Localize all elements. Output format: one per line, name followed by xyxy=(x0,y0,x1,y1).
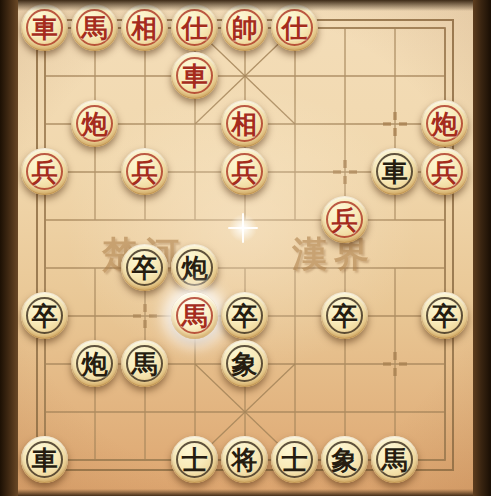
piece-character: 卒 xyxy=(32,303,58,329)
red-cannon-piece[interactable]: 炮 xyxy=(421,100,468,147)
piece-character: 兵 xyxy=(232,159,258,185)
piece-character: 兵 xyxy=(132,159,158,185)
piece-character: 馬 xyxy=(182,303,208,329)
red-horse-piece[interactable]: 馬 xyxy=(71,4,118,51)
black-horse-piece[interactable]: 馬 xyxy=(371,436,418,483)
black-elephant-piece[interactable]: 象 xyxy=(321,436,368,483)
piece-character: 車 xyxy=(182,63,208,89)
board-grid xyxy=(0,0,491,496)
piece-character: 象 xyxy=(332,447,358,473)
red-soldier-piece[interactable]: 兵 xyxy=(121,148,168,195)
piece-character: 兵 xyxy=(32,159,58,185)
xiangqi-board: 楚河 漢界 車馬相仕帥仕車炮相炮兵兵兵車兵兵卒炮卒馬卒卒卒炮馬象車士将士象馬 xyxy=(0,0,491,496)
red-elephant-piece[interactable]: 相 xyxy=(121,4,168,51)
black-advisor-piece[interactable]: 士 xyxy=(271,436,318,483)
red-advisor-piece[interactable]: 仕 xyxy=(171,4,218,51)
red-chariot-piece[interactable]: 車 xyxy=(21,4,68,51)
red-chariot-piece[interactable]: 車 xyxy=(171,52,218,99)
piece-character: 馬 xyxy=(132,351,158,377)
red-cannon-piece[interactable]: 炮 xyxy=(71,100,118,147)
black-cannon-piece[interactable]: 炮 xyxy=(171,244,218,291)
red-general-piece[interactable]: 帥 xyxy=(221,4,268,51)
piece-character: 士 xyxy=(282,447,308,473)
piece-character: 象 xyxy=(232,351,258,377)
red-soldier-piece[interactable]: 兵 xyxy=(221,148,268,195)
black-cannon-piece[interactable]: 炮 xyxy=(71,340,118,387)
piece-character: 相 xyxy=(132,15,158,41)
piece-character: 相 xyxy=(232,111,258,137)
piece-character: 馬 xyxy=(382,447,408,473)
black-soldier-piece[interactable]: 卒 xyxy=(321,292,368,339)
red-soldier-piece[interactable]: 兵 xyxy=(321,196,368,243)
black-general-piece[interactable]: 将 xyxy=(221,436,268,483)
grid-lines xyxy=(45,28,445,460)
piece-character: 仕 xyxy=(282,15,308,41)
black-chariot-piece[interactable]: 車 xyxy=(21,436,68,483)
piece-character: 炮 xyxy=(82,111,108,137)
black-advisor-piece[interactable]: 士 xyxy=(171,436,218,483)
black-soldier-piece[interactable]: 卒 xyxy=(421,292,468,339)
black-chariot-piece[interactable]: 車 xyxy=(371,148,418,195)
piece-character: 士 xyxy=(182,447,208,473)
piece-character: 車 xyxy=(32,15,58,41)
piece-character: 炮 xyxy=(432,111,458,137)
black-soldier-piece[interactable]: 卒 xyxy=(21,292,68,339)
point-markers xyxy=(133,112,407,376)
piece-character: 炮 xyxy=(182,255,208,281)
piece-character: 車 xyxy=(32,447,58,473)
piece-character: 車 xyxy=(382,159,408,185)
red-elephant-piece[interactable]: 相 xyxy=(221,100,268,147)
piece-character: 将 xyxy=(232,447,258,473)
piece-character: 馬 xyxy=(82,15,108,41)
piece-character: 卒 xyxy=(332,303,358,329)
piece-character: 卒 xyxy=(132,255,158,281)
red-soldier-piece[interactable]: 兵 xyxy=(21,148,68,195)
red-horse-piece[interactable]: 馬 xyxy=(171,292,218,339)
red-soldier-piece[interactable]: 兵 xyxy=(421,148,468,195)
piece-character: 炮 xyxy=(82,351,108,377)
red-advisor-piece[interactable]: 仕 xyxy=(271,4,318,51)
piece-character: 兵 xyxy=(332,207,358,233)
piece-character: 卒 xyxy=(232,303,258,329)
black-soldier-piece[interactable]: 卒 xyxy=(121,244,168,291)
piece-character: 帥 xyxy=(232,15,258,41)
black-soldier-piece[interactable]: 卒 xyxy=(221,292,268,339)
black-horse-piece[interactable]: 馬 xyxy=(121,340,168,387)
black-elephant-piece[interactable]: 象 xyxy=(221,340,268,387)
piece-character: 仕 xyxy=(182,15,208,41)
piece-character: 兵 xyxy=(432,159,458,185)
piece-character: 卒 xyxy=(432,303,458,329)
